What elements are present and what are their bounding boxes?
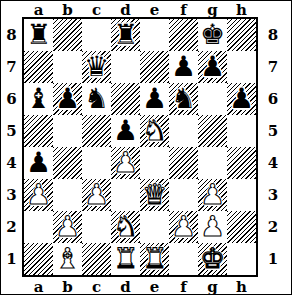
rank-label: 5	[258, 115, 288, 147]
piece-white-pawn: ♟	[26, 181, 51, 209]
square-b7[interactable]	[53, 51, 82, 83]
square-c6[interactable]: ♞	[82, 83, 111, 115]
square-b6[interactable]: ♟	[53, 83, 82, 115]
square-f7[interactable]: ♟	[169, 51, 198, 83]
square-f3[interactable]	[169, 179, 198, 211]
square-h8[interactable]	[227, 19, 256, 51]
piece-black-pawn: ♟	[200, 53, 225, 81]
piece-white-pawn: ♟	[171, 213, 196, 241]
rank-label: 7	[258, 51, 288, 83]
square-f8[interactable]	[169, 19, 198, 51]
file-label: e	[140, 278, 169, 295]
piece-white-rook: ♜	[142, 245, 167, 273]
piece-white-pawn: ♟	[200, 181, 225, 209]
square-f1[interactable]	[169, 243, 198, 275]
file-label: f	[169, 278, 198, 295]
piece-white-pawn: ♟	[113, 149, 138, 177]
piece-white-pawn: ♟	[200, 213, 225, 241]
square-a2[interactable]	[24, 211, 53, 243]
square-f5[interactable]	[169, 115, 198, 147]
square-d1[interactable]: ♜	[111, 243, 140, 275]
piece-black-knight: ♞	[84, 85, 109, 113]
square-d8[interactable]: ♜	[111, 19, 140, 51]
piece-black-pawn: ♟	[142, 85, 167, 113]
square-h4[interactable]	[227, 147, 256, 179]
square-e6[interactable]: ♟	[140, 83, 169, 115]
square-c4[interactable]	[82, 147, 111, 179]
rank-labels-left: 87654321	[1, 19, 22, 275]
piece-white-pawn: ♟	[55, 213, 80, 241]
square-g2[interactable]: ♟	[198, 211, 227, 243]
file-label: c	[82, 278, 111, 295]
file-label: b	[53, 278, 82, 295]
square-b5[interactable]	[53, 115, 82, 147]
piece-white-bishop: ♝	[55, 245, 80, 273]
square-e2[interactable]	[140, 211, 169, 243]
square-h3[interactable]	[227, 179, 256, 211]
file-labels-bottom: abcdefgh	[24, 278, 256, 295]
square-g4[interactable]	[198, 147, 227, 179]
square-g8[interactable]: ♚	[198, 19, 227, 51]
square-c7[interactable]: ♛	[82, 51, 111, 83]
square-f4[interactable]	[169, 147, 198, 179]
square-c1[interactable]	[82, 243, 111, 275]
square-f2[interactable]: ♟	[169, 211, 198, 243]
square-b1[interactable]: ♝	[53, 243, 82, 275]
square-d2[interactable]: ♞	[111, 211, 140, 243]
square-a7[interactable]	[24, 51, 53, 83]
piece-black-pawn: ♟	[171, 53, 196, 81]
square-e7[interactable]	[140, 51, 169, 83]
square-b8[interactable]	[53, 19, 82, 51]
piece-black-pawn: ♟	[26, 149, 51, 177]
square-a8[interactable]: ♜	[24, 19, 53, 51]
rank-label: 2	[1, 211, 22, 243]
rank-label: 5	[1, 115, 22, 147]
rank-label: 1	[1, 243, 22, 275]
square-e1[interactable]: ♜	[140, 243, 169, 275]
square-e3[interactable]: ♛	[140, 179, 169, 211]
square-g6[interactable]	[198, 83, 227, 115]
file-labels-top: abcdefgh	[24, 1, 256, 17]
rank-label: 6	[1, 83, 22, 115]
piece-black-pawn: ♟	[229, 85, 254, 113]
square-h7[interactable]	[227, 51, 256, 83]
square-c8[interactable]	[82, 19, 111, 51]
square-h6[interactable]: ♟	[227, 83, 256, 115]
square-d3[interactable]	[111, 179, 140, 211]
square-h5[interactable]	[227, 115, 256, 147]
square-e4[interactable]	[140, 147, 169, 179]
rank-label: 1	[258, 243, 288, 275]
rank-label: 6	[258, 83, 288, 115]
square-a6[interactable]: ♝	[24, 83, 53, 115]
rank-label: 7	[1, 51, 22, 83]
rank-label: 8	[1, 19, 22, 51]
rank-label: 3	[258, 179, 288, 211]
square-d5[interactable]: ♟	[111, 115, 140, 147]
piece-white-pawn: ♟	[84, 181, 109, 209]
rank-label: 2	[258, 211, 288, 243]
rank-label: 4	[258, 147, 288, 179]
chess-board: ♜♜♚♛♟♟♝♟♞♟♞♟♟♞♟♟♟♟♛♟♟♞♟♟♝♜♜♚	[22, 17, 258, 277]
square-c5[interactable]	[82, 115, 111, 147]
square-g5[interactable]	[198, 115, 227, 147]
rank-label: 8	[258, 19, 288, 51]
square-b3[interactable]	[53, 179, 82, 211]
square-b4[interactable]	[53, 147, 82, 179]
file-label: h	[227, 278, 256, 295]
square-g1[interactable]: ♚	[198, 243, 227, 275]
square-c2[interactable]	[82, 211, 111, 243]
piece-black-bishop: ♝	[26, 85, 51, 113]
square-c3[interactable]: ♟	[82, 179, 111, 211]
square-e5[interactable]: ♞	[140, 115, 169, 147]
piece-black-queen: ♛	[84, 53, 109, 81]
piece-white-queen: ♛	[142, 181, 167, 209]
square-a3[interactable]: ♟	[24, 179, 53, 211]
square-b2[interactable]: ♟	[53, 211, 82, 243]
rank-labels-right: 87654321	[258, 19, 288, 275]
file-label: d	[111, 278, 140, 295]
rank-label: 3	[1, 179, 22, 211]
piece-white-knight: ♞	[142, 117, 167, 145]
square-h1[interactable]	[227, 243, 256, 275]
square-h2[interactable]	[227, 211, 256, 243]
file-label: a	[24, 278, 53, 295]
square-f6[interactable]: ♞	[169, 83, 198, 115]
piece-black-pawn: ♟	[113, 117, 138, 145]
square-g3[interactable]: ♟	[198, 179, 227, 211]
square-d6[interactable]	[111, 83, 140, 115]
square-a1[interactable]	[24, 243, 53, 275]
piece-black-rook: ♜	[26, 21, 51, 49]
piece-black-rook: ♜	[113, 21, 138, 49]
square-e8[interactable]	[140, 19, 169, 51]
rank-label: 4	[1, 147, 22, 179]
piece-white-king: ♚	[200, 245, 225, 273]
square-g7[interactable]: ♟	[198, 51, 227, 83]
square-a4[interactable]: ♟	[24, 147, 53, 179]
piece-black-king: ♚	[200, 21, 225, 49]
file-label: g	[198, 278, 227, 295]
piece-white-rook: ♜	[113, 245, 138, 273]
chess-diagram: abcdefgh 87654321 ♜♜♚♛♟♟♝♟♞♟♞♟♟♞♟♟♟♟♛♟♟♞…	[0, 0, 292, 295]
square-a5[interactable]	[24, 115, 53, 147]
piece-black-pawn: ♟	[55, 85, 80, 113]
piece-white-knight: ♞	[113, 213, 138, 241]
piece-black-knight: ♞	[171, 85, 196, 113]
square-d7[interactable]	[111, 51, 140, 83]
square-d4[interactable]: ♟	[111, 147, 140, 179]
